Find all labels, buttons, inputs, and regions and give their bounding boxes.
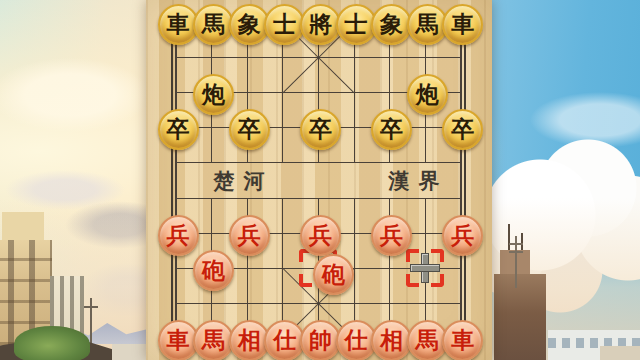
river-label-right: 漢界 — [389, 167, 449, 195]
piece-red-相[interactable]: 相 — [371, 320, 412, 360]
small-building-left — [112, 344, 148, 360]
utility-pole-left-arm — [84, 306, 98, 308]
building-left-penthouse — [2, 212, 44, 242]
utility-pole-right-arm — [509, 243, 523, 245]
crosshair-cursor-icon — [410, 253, 440, 283]
piece-red-兵[interactable]: 兵 — [300, 215, 341, 256]
utility-pole-right-arm — [509, 251, 523, 253]
piece-black-象[interactable]: 象 — [371, 4, 412, 45]
piece-red-兵[interactable]: 兵 — [158, 215, 199, 256]
xiangqi-board[interactable]: 楚河 漢界 車馬象士將士象馬車炮炮卒卒卒卒卒兵兵兵兵兵砲砲車馬相仕帥仕相馬車 — [146, 0, 492, 360]
piece-red-兵[interactable]: 兵 — [371, 215, 412, 256]
grid-line — [460, 22, 462, 339]
antenna-icon — [508, 224, 510, 252]
piece-black-馬[interactable]: 馬 — [193, 4, 234, 45]
piece-red-兵[interactable]: 兵 — [229, 215, 270, 256]
tree-foliage — [14, 326, 90, 360]
piece-black-炮[interactable]: 炮 — [193, 74, 234, 115]
piece-red-砲[interactable]: 砲 — [313, 254, 354, 295]
piece-red-車[interactable]: 車 — [442, 320, 483, 360]
piece-black-炮[interactable]: 炮 — [407, 74, 448, 115]
piece-black-車[interactable]: 車 — [442, 4, 483, 45]
building-right-brown — [494, 274, 546, 360]
river-label-left: 楚河 — [214, 167, 274, 195]
piece-red-砲[interactable]: 砲 — [193, 250, 234, 291]
piece-red-兵[interactable]: 兵 — [442, 215, 483, 256]
piece-black-卒[interactable]: 卒 — [442, 109, 483, 150]
piece-black-卒[interactable]: 卒 — [371, 109, 412, 150]
selection-corner — [299, 274, 312, 287]
piece-red-帥[interactable]: 帥 — [300, 320, 341, 360]
building-right-small — [600, 346, 640, 360]
piece-black-卒[interactable]: 卒 — [229, 109, 270, 150]
game-screen: 楚河 漢界 車馬象士將士象馬車炮炮卒卒卒卒卒兵兵兵兵兵砲砲車馬相仕帥仕相馬車 — [0, 0, 640, 360]
piece-black-卒[interactable]: 卒 — [300, 109, 341, 150]
cursor-bar — [410, 264, 440, 272]
grid-line — [175, 22, 177, 339]
piece-black-將[interactable]: 將 — [300, 4, 341, 45]
piece-black-卒[interactable]: 卒 — [158, 109, 199, 150]
piece-red-馬[interactable]: 馬 — [193, 320, 234, 360]
